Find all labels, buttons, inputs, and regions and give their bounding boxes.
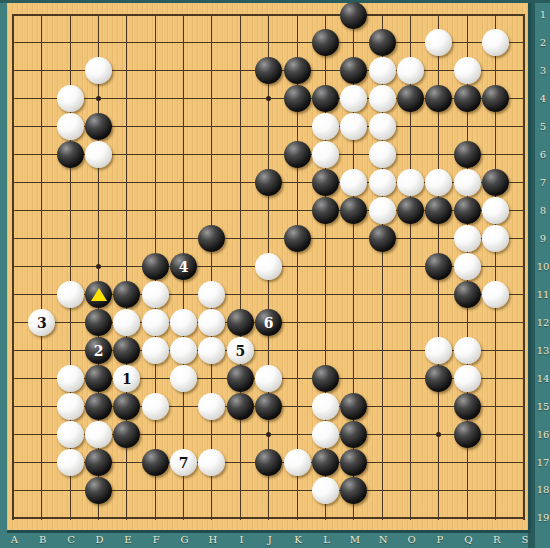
coord-label-row-15: 15 bbox=[536, 402, 550, 412]
coord-label-row-10: 10 bbox=[536, 262, 550, 272]
black-stone-E16[interactable] bbox=[113, 421, 140, 448]
white-stone-L18[interactable] bbox=[312, 477, 339, 504]
black-stone-D12[interactable] bbox=[85, 309, 112, 336]
black-stone-M16[interactable] bbox=[340, 421, 367, 448]
white-stone-N3[interactable] bbox=[369, 57, 396, 84]
white-stone-H13[interactable] bbox=[198, 337, 225, 364]
black-stone-J7[interactable] bbox=[255, 169, 282, 196]
triangle-marker-icon bbox=[91, 288, 107, 301]
white-stone-Q14[interactable] bbox=[454, 365, 481, 392]
black-stone-L4[interactable] bbox=[312, 85, 339, 112]
black-stone-M15[interactable] bbox=[340, 393, 367, 420]
coord-label-col-P: P bbox=[435, 535, 445, 545]
go-board[interactable]: 4362517 bbox=[7, 3, 531, 533]
move-number-label: 1 bbox=[122, 372, 132, 386]
white-stone-Q3[interactable] bbox=[454, 57, 481, 84]
coord-label-row-13: 13 bbox=[536, 346, 550, 356]
black-stone-P10[interactable] bbox=[425, 253, 452, 280]
star-point-D4 bbox=[96, 96, 101, 101]
white-stone-H12[interactable] bbox=[198, 309, 225, 336]
coord-label-col-B: B bbox=[38, 535, 48, 545]
grid-vline bbox=[211, 15, 212, 520]
coord-label-col-N: N bbox=[378, 535, 388, 545]
black-stone-C6[interactable] bbox=[57, 141, 84, 168]
coord-label-col-A: A bbox=[9, 535, 19, 545]
black-stone-H9[interactable] bbox=[198, 225, 225, 252]
coord-label-col-F: F bbox=[151, 535, 161, 545]
coord-label-row-7: 7 bbox=[536, 178, 550, 188]
white-stone-C14[interactable] bbox=[57, 365, 84, 392]
white-stone-Q9[interactable] bbox=[454, 225, 481, 252]
white-stone-P7[interactable] bbox=[425, 169, 452, 196]
black-stone-M1[interactable] bbox=[340, 2, 367, 29]
white-stone-H15[interactable] bbox=[198, 393, 225, 420]
coord-label-row-9: 9 bbox=[536, 234, 550, 244]
white-stone-M4[interactable] bbox=[340, 85, 367, 112]
white-stone-P13[interactable] bbox=[425, 337, 452, 364]
black-stone-P8[interactable] bbox=[425, 197, 452, 224]
star-point-J16 bbox=[266, 432, 271, 437]
black-stone-Q6[interactable] bbox=[454, 141, 481, 168]
star-point-P16 bbox=[436, 432, 441, 437]
white-stone-N7[interactable] bbox=[369, 169, 396, 196]
white-stone-G17[interactable]: 7 bbox=[170, 449, 197, 476]
black-stone-L8[interactable] bbox=[312, 197, 339, 224]
white-stone-Q10[interactable] bbox=[454, 253, 481, 280]
coord-label-row-16: 16 bbox=[536, 430, 550, 440]
white-stone-J10[interactable] bbox=[255, 253, 282, 280]
coord-label-row-11: 11 bbox=[536, 290, 550, 300]
black-stone-D15[interactable] bbox=[85, 393, 112, 420]
black-stone-P14[interactable] bbox=[425, 365, 452, 392]
coord-label-col-O: O bbox=[407, 535, 417, 545]
black-stone-E13[interactable] bbox=[113, 337, 140, 364]
black-stone-Q16[interactable] bbox=[454, 421, 481, 448]
white-stone-D3[interactable] bbox=[85, 57, 112, 84]
grid-vline bbox=[523, 15, 525, 520]
black-stone-O8[interactable] bbox=[397, 197, 424, 224]
white-stone-N6[interactable] bbox=[369, 141, 396, 168]
black-stone-K6[interactable] bbox=[284, 141, 311, 168]
coord-label-row-14: 14 bbox=[536, 374, 550, 384]
grid-vline bbox=[240, 15, 241, 520]
black-stone-M3[interactable] bbox=[340, 57, 367, 84]
coord-label-row-4: 4 bbox=[536, 94, 550, 104]
coord-label-row-8: 8 bbox=[536, 206, 550, 216]
coord-label-row-6: 6 bbox=[536, 150, 550, 160]
white-stone-F15[interactable] bbox=[142, 393, 169, 420]
black-stone-Q4[interactable] bbox=[454, 85, 481, 112]
black-stone-J17[interactable] bbox=[255, 449, 282, 476]
black-stone-J12[interactable]: 6 bbox=[255, 309, 282, 336]
coord-label-row-2: 2 bbox=[536, 38, 550, 48]
black-stone-I12[interactable] bbox=[227, 309, 254, 336]
black-stone-D5[interactable] bbox=[85, 113, 112, 140]
coord-label-row-12: 12 bbox=[536, 318, 550, 328]
black-stone-F10[interactable] bbox=[142, 253, 169, 280]
white-stone-Q7[interactable] bbox=[454, 169, 481, 196]
black-stone-L14[interactable] bbox=[312, 365, 339, 392]
grid-vline bbox=[12, 15, 14, 520]
black-stone-K3[interactable] bbox=[284, 57, 311, 84]
move-number-label: 2 bbox=[94, 344, 104, 358]
white-stone-C17[interactable] bbox=[57, 449, 84, 476]
black-stone-Q8[interactable] bbox=[454, 197, 481, 224]
coord-label-row-19: 19 bbox=[536, 513, 550, 523]
white-stone-R11[interactable] bbox=[482, 281, 509, 308]
star-point-D10 bbox=[96, 264, 101, 269]
move-number-label: 5 bbox=[235, 344, 245, 358]
black-stone-L7[interactable] bbox=[312, 169, 339, 196]
white-stone-N5[interactable] bbox=[369, 113, 396, 140]
white-stone-H17[interactable] bbox=[198, 449, 225, 476]
black-stone-D17[interactable] bbox=[85, 449, 112, 476]
move-number-label: 4 bbox=[179, 260, 189, 274]
coord-label-col-S: S bbox=[520, 535, 530, 545]
coord-label-row-1: 1 bbox=[536, 10, 550, 20]
white-stone-C15[interactable] bbox=[57, 393, 84, 420]
white-stone-C16[interactable] bbox=[57, 421, 84, 448]
white-stone-G13[interactable] bbox=[170, 337, 197, 364]
black-stone-M17[interactable] bbox=[340, 449, 367, 476]
black-stone-Q11[interactable] bbox=[454, 281, 481, 308]
white-stone-E14[interactable]: 1 bbox=[113, 365, 140, 392]
black-stone-D18[interactable] bbox=[85, 477, 112, 504]
white-stone-E12[interactable] bbox=[113, 309, 140, 336]
white-stone-N8[interactable] bbox=[369, 197, 396, 224]
black-stone-J15[interactable] bbox=[255, 393, 282, 420]
coord-label-col-Q: Q bbox=[463, 535, 473, 545]
black-stone-M8[interactable] bbox=[340, 197, 367, 224]
coord-label-col-M: M bbox=[350, 535, 360, 545]
black-stone-N2[interactable] bbox=[369, 29, 396, 56]
coord-label-col-E: E bbox=[123, 535, 133, 545]
black-stone-G10[interactable]: 4 bbox=[170, 253, 197, 280]
coord-label-col-L: L bbox=[321, 535, 331, 545]
white-stone-F13[interactable] bbox=[142, 337, 169, 364]
black-stone-N9[interactable] bbox=[369, 225, 396, 252]
white-stone-F12[interactable] bbox=[142, 309, 169, 336]
white-stone-F11[interactable] bbox=[142, 281, 169, 308]
black-stone-E11[interactable] bbox=[113, 281, 140, 308]
grid-vline bbox=[41, 15, 42, 520]
white-stone-L16[interactable] bbox=[312, 421, 339, 448]
white-stone-R2[interactable] bbox=[482, 29, 509, 56]
coord-label-col-H: H bbox=[208, 535, 218, 545]
star-point-J4 bbox=[266, 96, 271, 101]
coord-label-col-G: G bbox=[180, 535, 190, 545]
black-stone-R4[interactable] bbox=[482, 85, 509, 112]
black-stone-K9[interactable] bbox=[284, 225, 311, 252]
white-stone-P2[interactable] bbox=[425, 29, 452, 56]
black-stone-E15[interactable] bbox=[113, 393, 140, 420]
white-stone-I13[interactable]: 5 bbox=[227, 337, 254, 364]
move-number-label: 3 bbox=[37, 316, 47, 330]
black-stone-J3[interactable] bbox=[255, 57, 282, 84]
white-stone-J14[interactable] bbox=[255, 365, 282, 392]
white-stone-R8[interactable] bbox=[482, 197, 509, 224]
white-stone-L5[interactable] bbox=[312, 113, 339, 140]
white-stone-K17[interactable] bbox=[284, 449, 311, 476]
white-stone-D16[interactable] bbox=[85, 421, 112, 448]
white-stone-O3[interactable] bbox=[397, 57, 424, 84]
move-number-label: 7 bbox=[179, 456, 189, 470]
coord-label-row-18: 18 bbox=[536, 485, 550, 495]
black-stone-I15[interactable] bbox=[227, 393, 254, 420]
white-stone-G12[interactable] bbox=[170, 309, 197, 336]
black-stone-D13[interactable]: 2 bbox=[85, 337, 112, 364]
coord-label-col-C: C bbox=[66, 535, 76, 545]
black-stone-O4[interactable] bbox=[397, 85, 424, 112]
black-stone-M18[interactable] bbox=[340, 477, 367, 504]
white-stone-L15[interactable] bbox=[312, 393, 339, 420]
coord-label-row-17: 17 bbox=[536, 458, 550, 468]
move-number-label: 6 bbox=[264, 316, 274, 330]
black-stone-R7[interactable] bbox=[482, 169, 509, 196]
black-stone-D11[interactable] bbox=[85, 281, 112, 308]
black-stone-L2[interactable] bbox=[312, 29, 339, 56]
go-board-screenshot: 4362517 ABCDEFGHIJKLMNOPQRS1234567891011… bbox=[0, 0, 550, 548]
white-stone-G14[interactable] bbox=[170, 365, 197, 392]
white-stone-M5[interactable] bbox=[340, 113, 367, 140]
white-stone-D6[interactable] bbox=[85, 141, 112, 168]
white-stone-O7[interactable] bbox=[397, 169, 424, 196]
white-stone-H11[interactable] bbox=[198, 281, 225, 308]
coord-label-col-I: I bbox=[236, 535, 246, 545]
coord-label-row-5: 5 bbox=[536, 122, 550, 132]
white-stone-M7[interactable] bbox=[340, 169, 367, 196]
coord-label-row-3: 3 bbox=[536, 66, 550, 76]
white-stone-C4[interactable] bbox=[57, 85, 84, 112]
black-stone-I14[interactable] bbox=[227, 365, 254, 392]
grid-hline bbox=[12, 517, 525, 519]
white-stone-Q13[interactable] bbox=[454, 337, 481, 364]
coord-label-col-R: R bbox=[492, 535, 502, 545]
black-stone-P4[interactable] bbox=[425, 85, 452, 112]
coord-label-col-J: J bbox=[265, 535, 275, 545]
white-stone-R9[interactable] bbox=[482, 225, 509, 252]
coord-label-col-K: K bbox=[293, 535, 303, 545]
white-stone-N4[interactable] bbox=[369, 85, 396, 112]
black-stone-D14[interactable] bbox=[85, 365, 112, 392]
white-stone-C5[interactable] bbox=[57, 113, 84, 140]
black-stone-F17[interactable] bbox=[142, 449, 169, 476]
coord-label-col-D: D bbox=[95, 535, 105, 545]
white-stone-C11[interactable] bbox=[57, 281, 84, 308]
white-stone-B12[interactable]: 3 bbox=[28, 309, 55, 336]
black-stone-K4[interactable] bbox=[284, 85, 311, 112]
black-stone-L17[interactable] bbox=[312, 449, 339, 476]
white-stone-L6[interactable] bbox=[312, 141, 339, 168]
black-stone-Q15[interactable] bbox=[454, 393, 481, 420]
